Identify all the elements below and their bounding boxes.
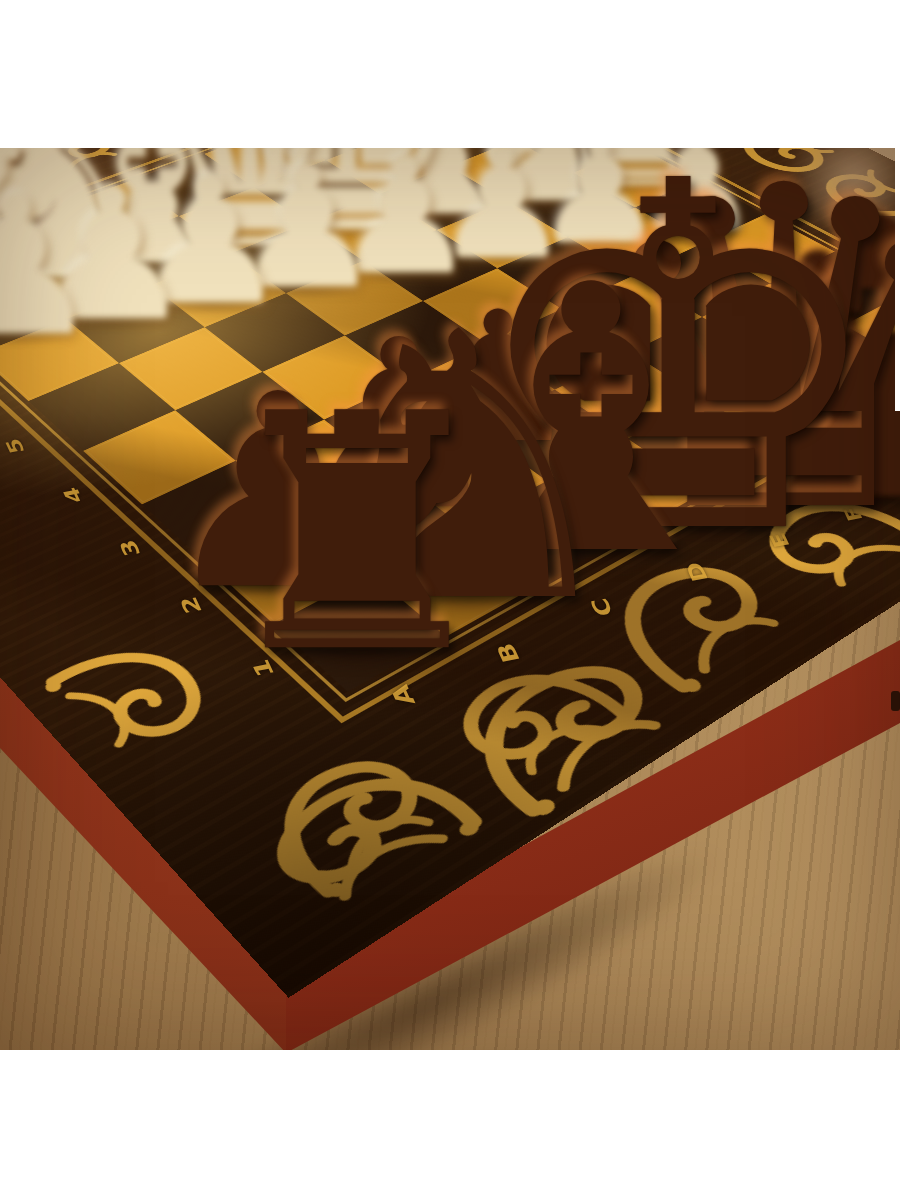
piece-light-pawn-a7[interactable]: ♟: [0, 184, 111, 338]
pieces-layer: ♜♞♝♛♚♝♞♜♟♟♟♟♟♟♟♟♟♟♝♟♛♚♝♟♞♜: [0, 148, 900, 1050]
piece-dark-rook-a1[interactable]: ♜: [194, 394, 520, 655]
rook-glyph: ♜: [211, 414, 503, 655]
pawn-glyph: ♟: [0, 196, 101, 338]
chess-set-photo: ABCDEF12345 ♜♞♝♛♚♝♞♜♟♟♟♟♟♟♟♟♟♟♝♟♛♚♝♟♞♜: [0, 0, 900, 1200]
photo-right-margin: [895, 148, 900, 411]
photo-area: ABCDEF12345 ♜♞♝♛♚♝♞♜♟♟♟♟♟♟♟♟♟♟♝♟♛♚♝♟♞♜: [0, 148, 900, 1050]
